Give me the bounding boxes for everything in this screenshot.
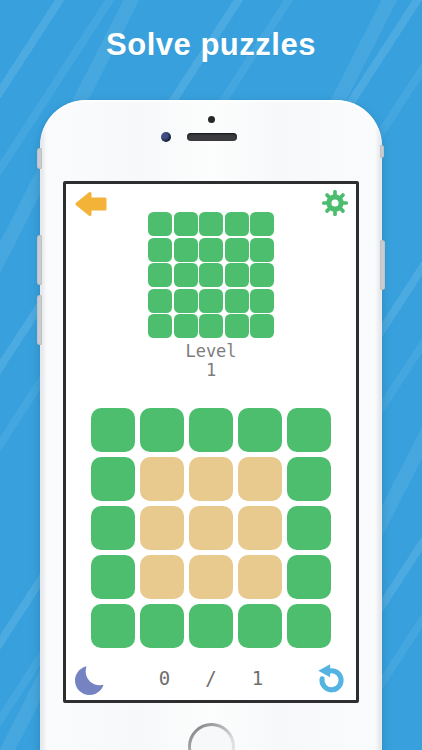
target-cell xyxy=(225,238,249,262)
undo-arrowhead-icon xyxy=(318,664,330,677)
target-cell xyxy=(174,212,198,236)
phone-mockup: Level 1 0 / 1 xyxy=(40,100,382,750)
target-cell xyxy=(225,212,249,236)
front-camera-icon xyxy=(161,132,171,142)
board-cell[interactable] xyxy=(189,457,233,501)
target-cell xyxy=(148,289,172,313)
target-cell xyxy=(174,238,198,262)
board-cell[interactable] xyxy=(189,408,233,452)
target-pattern-board xyxy=(148,212,274,338)
volume-up-button xyxy=(37,235,42,285)
board-cell[interactable] xyxy=(238,604,282,648)
night-mode-button[interactable] xyxy=(75,660,108,697)
moves-separator: / xyxy=(205,667,216,689)
target-cell xyxy=(250,212,274,236)
page-title: Solve puzzles xyxy=(0,27,422,63)
target-cell xyxy=(250,263,274,287)
power-button xyxy=(380,240,385,290)
target-cell xyxy=(174,314,198,338)
target-cell xyxy=(148,314,172,338)
level-indicator: Level 1 xyxy=(66,342,356,380)
moves-total: 1 xyxy=(252,667,263,689)
board-cell[interactable] xyxy=(140,457,184,501)
earpiece-speaker xyxy=(187,133,237,141)
board-cell[interactable] xyxy=(238,457,282,501)
settings-button[interactable] xyxy=(322,190,348,216)
gear-hole xyxy=(331,199,338,206)
bottom-toolbar: 0 / 1 xyxy=(66,657,356,699)
board-cell[interactable] xyxy=(140,604,184,648)
antenna-band xyxy=(380,145,384,158)
board-cell[interactable] xyxy=(140,506,184,550)
board-cell[interactable] xyxy=(287,506,331,550)
board-cell[interactable] xyxy=(91,555,135,599)
board-cell[interactable] xyxy=(189,555,233,599)
target-cell xyxy=(250,238,274,262)
home-button xyxy=(188,723,235,750)
target-cell xyxy=(199,212,223,236)
board-cell[interactable] xyxy=(91,506,135,550)
target-cell xyxy=(250,314,274,338)
proximity-sensor-dot xyxy=(208,116,215,123)
target-cell xyxy=(225,263,249,287)
move-counter: 0 / 1 xyxy=(159,667,263,689)
board-cell[interactable] xyxy=(140,408,184,452)
target-cell xyxy=(148,238,172,262)
target-cell xyxy=(225,314,249,338)
home-button-inner xyxy=(191,726,232,750)
target-cell xyxy=(199,314,223,338)
level-label: Level xyxy=(66,342,356,361)
board-cell[interactable] xyxy=(287,555,331,599)
board-cell[interactable] xyxy=(189,506,233,550)
level-number: 1 xyxy=(66,361,356,380)
board-cell[interactable] xyxy=(287,408,331,452)
board-cell[interactable] xyxy=(287,457,331,501)
board-cell[interactable] xyxy=(238,555,282,599)
target-cell xyxy=(148,263,172,287)
target-cell xyxy=(250,289,274,313)
back-arrow-icon xyxy=(77,194,105,215)
mute-switch xyxy=(37,148,42,169)
app-screen: Level 1 0 / 1 xyxy=(63,181,359,703)
target-cell xyxy=(148,212,172,236)
board-cell[interactable] xyxy=(238,408,282,452)
board-cell[interactable] xyxy=(287,604,331,648)
board-cell[interactable] xyxy=(91,408,135,452)
target-cell xyxy=(225,289,249,313)
moves-current: 0 xyxy=(159,667,170,689)
board-cell[interactable] xyxy=(91,604,135,648)
board-cell[interactable] xyxy=(140,555,184,599)
board-cell[interactable] xyxy=(91,457,135,501)
volume-down-button xyxy=(37,295,42,345)
back-button[interactable] xyxy=(74,190,108,218)
restart-button[interactable] xyxy=(316,662,347,695)
target-cell xyxy=(174,263,198,287)
target-cell xyxy=(199,289,223,313)
board-cell[interactable] xyxy=(238,506,282,550)
board-cell[interactable] xyxy=(189,604,233,648)
target-cell xyxy=(199,238,223,262)
puzzle-board xyxy=(91,408,331,648)
target-cell xyxy=(199,263,223,287)
target-cell xyxy=(174,289,198,313)
